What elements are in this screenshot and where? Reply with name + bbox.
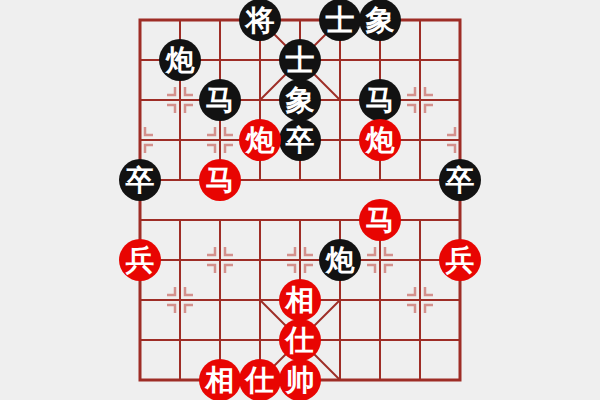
piece-black-soldier[interactable]: 卒 xyxy=(279,119,321,161)
piece-red-general[interactable]: 帅 xyxy=(279,359,321,400)
piece-red-soldier[interactable]: 兵 xyxy=(439,239,481,281)
piece-black-elephant[interactable]: 象 xyxy=(279,79,321,121)
piece-black-elephant[interactable]: 象 xyxy=(359,0,401,41)
piece-black-advisor[interactable]: 士 xyxy=(319,0,361,41)
piece-red-horse[interactable]: 马 xyxy=(359,199,401,241)
piece-black-soldier[interactable]: 卒 xyxy=(439,159,481,201)
piece-red-horse[interactable]: 马 xyxy=(199,159,241,201)
piece-black-soldier[interactable]: 卒 xyxy=(119,159,161,201)
piece-red-advisor[interactable]: 仕 xyxy=(239,359,281,400)
piece-red-soldier[interactable]: 兵 xyxy=(119,239,161,281)
piece-black-cannon[interactable]: 炮 xyxy=(159,39,201,81)
piece-black-horse[interactable]: 马 xyxy=(199,79,241,121)
xiangqi-app-screen: 将士象炮士马象马卒卒卒炮炮炮马马兵兵相仕相仕帅 xyxy=(0,0,600,400)
piece-black-advisor[interactable]: 士 xyxy=(279,39,321,81)
piece-red-elephant[interactable]: 相 xyxy=(279,279,321,321)
piece-red-elephant[interactable]: 相 xyxy=(199,359,241,400)
piece-red-cannon[interactable]: 炮 xyxy=(359,119,401,161)
piece-red-advisor[interactable]: 仕 xyxy=(279,319,321,361)
piece-black-cannon[interactable]: 炮 xyxy=(319,239,361,281)
piece-red-cannon[interactable]: 炮 xyxy=(239,119,281,161)
piece-black-general[interactable]: 将 xyxy=(239,0,281,41)
piece-black-horse[interactable]: 马 xyxy=(359,79,401,121)
